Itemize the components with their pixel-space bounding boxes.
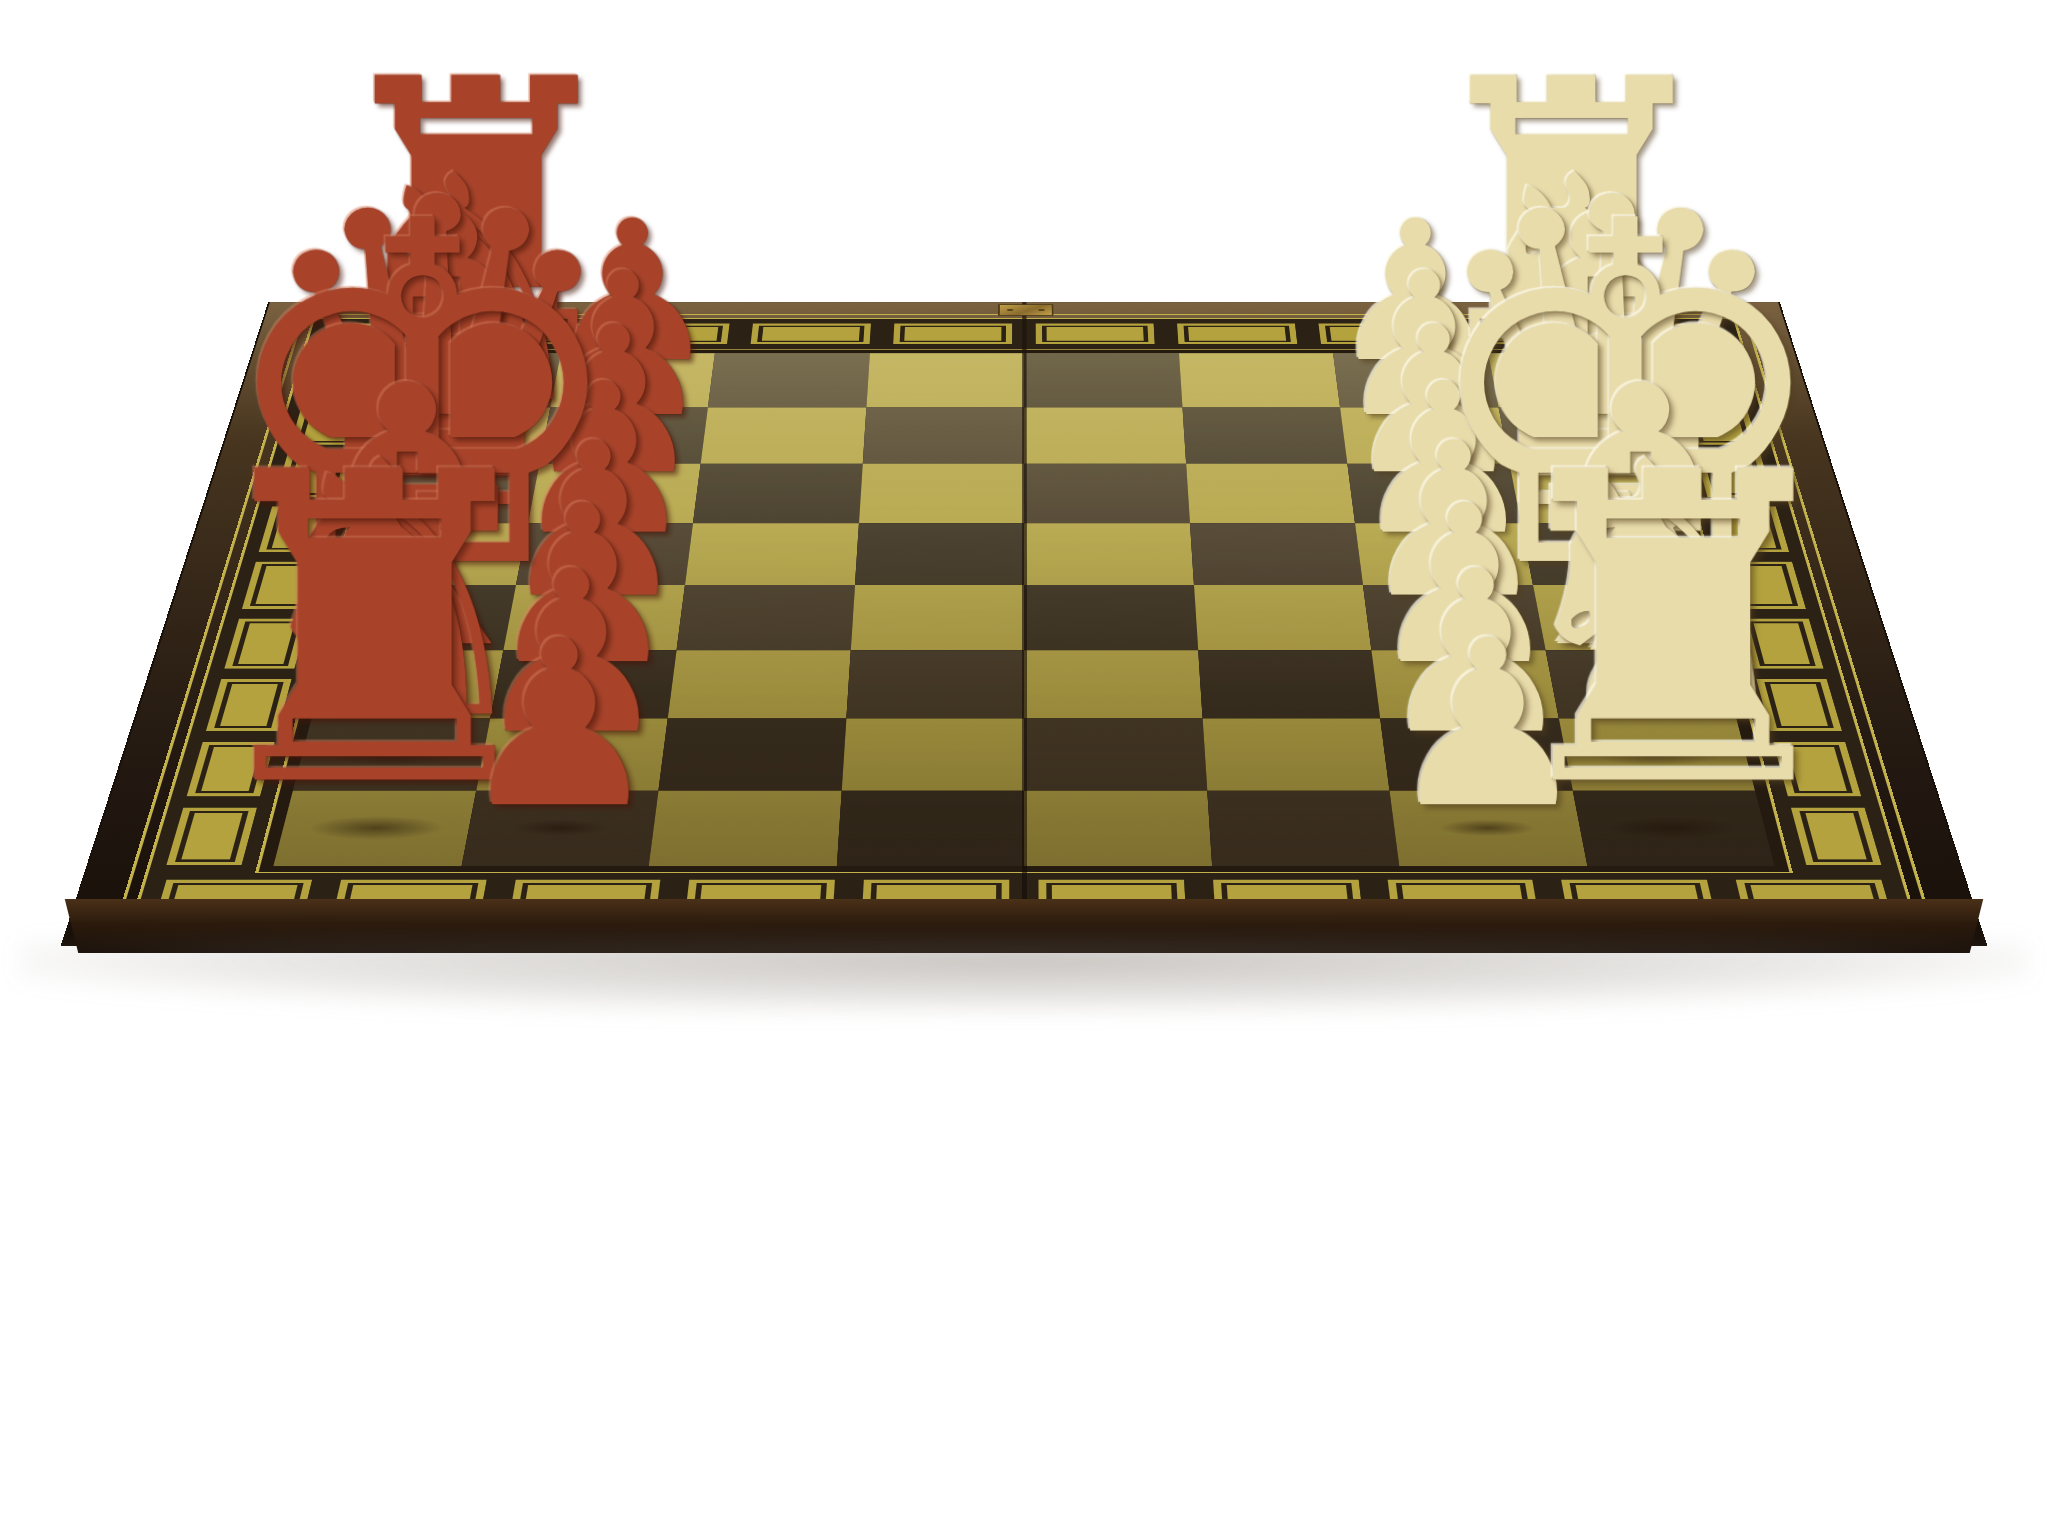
fold-seam bbox=[1022, 302, 1028, 945]
inlay-rectangle bbox=[1177, 323, 1297, 344]
white-rook-glyph: ♜ bbox=[1482, 429, 1865, 835]
floor-shadow bbox=[19, 938, 2029, 1012]
inlay-rectangle bbox=[1036, 323, 1155, 344]
inlay-rectangle bbox=[893, 323, 1012, 344]
inlay-rectangle bbox=[751, 323, 871, 344]
scene: ♜♞♝♛♚♝♞♜♟♟♟♟♟♟♟♟♟♟♟♟♟♟♟♟♜♞♝♛♚♝♞♜ bbox=[0, 0, 2048, 1536]
brass-hinge-far bbox=[998, 304, 1054, 315]
red-pawn-glyph: ♟ bbox=[457, 616, 663, 834]
chess-board: ♜♞♝♛♚♝♞♜♟♟♟♟♟♟♟♟♟♟♟♟♟♟♟♟♜♞♝♛♚♝♞♜ bbox=[63, 302, 1985, 945]
photo-stage: ♜♞♝♛♚♝♞♜♟♟♟♟♟♟♟♟♟♟♟♟♟♟♟♟♜♞♝♛♚♝♞♜ bbox=[0, 0, 2048, 1536]
